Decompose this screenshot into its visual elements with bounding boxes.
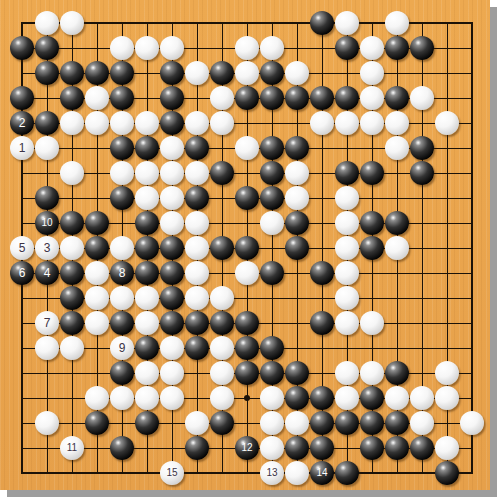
black-stone[interactable]	[110, 186, 134, 210]
black-stone[interactable]	[285, 386, 309, 410]
white-stone[interactable]	[160, 136, 184, 160]
black-stone[interactable]	[85, 61, 109, 85]
black-stone[interactable]	[160, 111, 184, 135]
white-stone[interactable]	[360, 86, 384, 110]
black-stone[interactable]	[385, 436, 409, 460]
black-stone[interactable]: 12	[235, 436, 259, 460]
white-stone[interactable]	[260, 386, 284, 410]
white-stone[interactable]	[360, 61, 384, 85]
white-stone[interactable]	[135, 161, 159, 185]
white-stone[interactable]: 7	[35, 311, 59, 335]
white-stone[interactable]	[460, 411, 484, 435]
white-stone[interactable]	[260, 36, 284, 60]
white-stone[interactable]	[310, 111, 334, 135]
black-stone[interactable]	[285, 236, 309, 260]
black-stone[interactable]	[360, 161, 384, 185]
white-stone[interactable]	[385, 386, 409, 410]
move-number-label: 11	[67, 443, 77, 453]
black-stone[interactable]	[60, 286, 84, 310]
white-stone[interactable]	[60, 236, 84, 260]
black-stone[interactable]	[235, 361, 259, 385]
white-stone[interactable]	[160, 386, 184, 410]
move-number-label: 13	[266, 468, 277, 478]
black-stone[interactable]	[60, 61, 84, 85]
white-stone[interactable]	[335, 211, 359, 235]
black-stone[interactable]	[110, 86, 134, 110]
black-stone[interactable]: 10	[35, 211, 59, 235]
black-stone[interactable]	[135, 336, 159, 360]
white-stone[interactable]	[110, 161, 134, 185]
black-stone[interactable]	[35, 186, 59, 210]
black-stone[interactable]	[335, 36, 359, 60]
white-stone[interactable]	[110, 286, 134, 310]
white-stone[interactable]	[435, 386, 459, 410]
white-stone[interactable]	[110, 236, 134, 260]
white-stone[interactable]	[160, 211, 184, 235]
black-stone[interactable]	[260, 61, 284, 85]
white-stone[interactable]	[335, 311, 359, 335]
white-stone[interactable]	[360, 311, 384, 335]
black-stone[interactable]	[35, 61, 59, 85]
black-stone[interactable]	[60, 311, 84, 335]
move-number-label: 2	[19, 117, 26, 129]
white-stone[interactable]	[335, 236, 359, 260]
black-stone[interactable]	[135, 261, 159, 285]
black-stone[interactable]	[260, 86, 284, 110]
white-stone[interactable]	[60, 111, 84, 135]
white-stone[interactable]	[60, 336, 84, 360]
white-stone[interactable]	[335, 361, 359, 385]
white-stone[interactable]	[335, 111, 359, 135]
black-stone[interactable]	[410, 161, 434, 185]
white-stone[interactable]	[335, 186, 359, 210]
white-stone[interactable]	[410, 86, 434, 110]
black-stone[interactable]	[135, 211, 159, 235]
white-stone[interactable]	[85, 386, 109, 410]
black-stone[interactable]	[410, 36, 434, 60]
white-stone[interactable]: 1	[10, 136, 34, 160]
move-number-label: 1	[19, 142, 26, 154]
white-stone[interactable]	[260, 411, 284, 435]
black-stone[interactable]	[260, 261, 284, 285]
black-stone[interactable]	[110, 436, 134, 460]
white-stone[interactable]	[385, 111, 409, 135]
black-stone[interactable]	[310, 311, 334, 335]
black-stone[interactable]	[260, 361, 284, 385]
move-number-label: 14	[316, 468, 327, 478]
black-stone[interactable]	[285, 436, 309, 460]
white-stone[interactable]	[60, 161, 84, 185]
black-stone[interactable]: 4	[35, 261, 59, 285]
black-stone[interactable]	[210, 61, 234, 85]
white-stone[interactable]	[235, 61, 259, 85]
white-stone[interactable]	[210, 361, 234, 385]
white-stone[interactable]	[135, 311, 159, 335]
black-stone[interactable]	[385, 36, 409, 60]
black-stone[interactable]	[285, 211, 309, 235]
white-stone[interactable]: 9	[110, 336, 134, 360]
white-stone[interactable]	[135, 286, 159, 310]
black-stone[interactable]	[85, 236, 109, 260]
white-stone[interactable]	[110, 386, 134, 410]
white-stone[interactable]	[360, 111, 384, 135]
white-stone[interactable]	[360, 36, 384, 60]
black-stone[interactable]	[210, 311, 234, 335]
white-stone[interactable]	[235, 36, 259, 60]
black-stone[interactable]	[160, 311, 184, 335]
white-stone[interactable]	[185, 161, 209, 185]
white-stone[interactable]	[35, 136, 59, 160]
white-stone[interactable]	[135, 386, 159, 410]
black-stone[interactable]	[60, 261, 84, 285]
white-stone[interactable]	[85, 261, 109, 285]
black-stone[interactable]	[10, 86, 34, 110]
white-stone[interactable]	[160, 336, 184, 360]
white-stone[interactable]	[210, 86, 234, 110]
move-number-label: 7	[44, 317, 51, 329]
black-stone[interactable]	[160, 236, 184, 260]
black-stone[interactable]	[160, 261, 184, 285]
white-stone[interactable]	[185, 236, 209, 260]
white-stone[interactable]	[135, 361, 159, 385]
black-stone[interactable]	[335, 161, 359, 185]
white-stone[interactable]	[435, 361, 459, 385]
move-number-label: 9	[119, 342, 126, 354]
black-stone[interactable]	[360, 386, 384, 410]
black-stone[interactable]	[160, 286, 184, 310]
black-stone[interactable]	[435, 461, 459, 485]
white-stone[interactable]	[210, 386, 234, 410]
black-stone[interactable]	[310, 411, 334, 435]
white-stone[interactable]	[185, 286, 209, 310]
black-stone[interactable]	[260, 186, 284, 210]
black-stone[interactable]	[235, 236, 259, 260]
black-stone[interactable]	[310, 261, 334, 285]
white-stone[interactable]	[285, 186, 309, 210]
black-stone[interactable]	[135, 411, 159, 435]
white-stone[interactable]	[285, 61, 309, 85]
black-stone[interactable]	[360, 436, 384, 460]
white-stone[interactable]: 5	[10, 236, 34, 260]
move-number-label: 8	[119, 267, 126, 279]
black-stone[interactable]: 14	[310, 461, 334, 485]
black-stone[interactable]	[35, 36, 59, 60]
black-stone[interactable]	[185, 136, 209, 160]
black-stone[interactable]	[260, 161, 284, 185]
black-stone[interactable]	[235, 86, 259, 110]
black-stone[interactable]	[210, 236, 234, 260]
black-stone[interactable]	[185, 436, 209, 460]
screenshot-stage: 211053648791112151314	[0, 0, 500, 500]
move-number-label: 10	[41, 218, 52, 228]
move-number-label: 4	[44, 267, 51, 279]
white-stone[interactable]	[385, 11, 409, 35]
white-stone[interactable]	[85, 286, 109, 310]
black-stone[interactable]	[260, 136, 284, 160]
white-stone[interactable]	[185, 211, 209, 235]
stones-layer: 211053648791112151314	[10, 11, 485, 486]
white-stone[interactable]	[185, 261, 209, 285]
white-stone[interactable]	[85, 86, 109, 110]
white-stone[interactable]	[385, 236, 409, 260]
black-stone[interactable]	[110, 311, 134, 335]
white-stone[interactable]	[85, 311, 109, 335]
white-stone[interactable]	[135, 36, 159, 60]
move-number-label: 6	[19, 267, 26, 279]
black-stone[interactable]	[210, 411, 234, 435]
black-stone[interactable]	[235, 186, 259, 210]
black-stone[interactable]	[335, 461, 359, 485]
white-stone[interactable]	[335, 386, 359, 410]
move-number-label: 3	[44, 242, 51, 254]
black-stone[interactable]	[160, 61, 184, 85]
white-stone[interactable]	[385, 136, 409, 160]
black-stone[interactable]: 2	[10, 111, 34, 135]
move-number-label: 5	[19, 242, 26, 254]
black-stone[interactable]	[85, 211, 109, 235]
white-stone[interactable]	[210, 336, 234, 360]
white-stone[interactable]	[285, 461, 309, 485]
white-stone[interactable]	[335, 261, 359, 285]
white-stone[interactable]: 13	[260, 461, 284, 485]
black-stone[interactable]	[135, 136, 159, 160]
black-stone[interactable]	[360, 411, 384, 435]
black-stone[interactable]	[410, 436, 434, 460]
black-stone[interactable]	[310, 86, 334, 110]
black-stone[interactable]	[360, 211, 384, 235]
black-stone[interactable]	[360, 236, 384, 260]
white-stone[interactable]	[185, 111, 209, 135]
black-stone[interactable]	[185, 336, 209, 360]
black-stone[interactable]	[35, 111, 59, 135]
white-stone[interactable]	[60, 11, 84, 35]
black-stone[interactable]	[310, 386, 334, 410]
black-stone[interactable]	[285, 361, 309, 385]
black-stone[interactable]	[110, 361, 134, 385]
white-stone[interactable]	[110, 111, 134, 135]
white-stone[interactable]	[210, 286, 234, 310]
white-stone[interactable]	[85, 111, 109, 135]
black-stone[interactable]	[60, 86, 84, 110]
black-stone[interactable]	[110, 136, 134, 160]
white-stone[interactable]	[335, 11, 359, 35]
white-stone[interactable]	[110, 36, 134, 60]
black-stone[interactable]	[85, 411, 109, 435]
black-stone[interactable]	[185, 311, 209, 335]
white-stone[interactable]	[235, 136, 259, 160]
white-stone[interactable]	[285, 161, 309, 185]
black-stone[interactable]	[160, 86, 184, 110]
black-stone[interactable]	[60, 211, 84, 235]
go-board[interactable]: 211053648791112151314	[0, 0, 490, 490]
move-number-label: 12	[241, 443, 252, 453]
white-stone[interactable]	[410, 411, 434, 435]
white-stone[interactable]	[210, 111, 234, 135]
black-stone[interactable]	[310, 11, 334, 35]
white-stone[interactable]	[160, 361, 184, 385]
black-stone[interactable]	[210, 161, 234, 185]
white-stone[interactable]	[35, 336, 59, 360]
black-stone[interactable]	[410, 136, 434, 160]
black-stone[interactable]	[135, 236, 159, 260]
black-stone[interactable]	[235, 311, 259, 335]
black-stone[interactable]	[335, 411, 359, 435]
white-stone[interactable]	[435, 111, 459, 135]
black-stone[interactable]: 6	[10, 261, 34, 285]
black-stone[interactable]	[285, 86, 309, 110]
white-stone[interactable]	[285, 411, 309, 435]
black-stone[interactable]	[335, 86, 359, 110]
white-stone[interactable]: 11	[60, 436, 84, 460]
white-stone[interactable]	[235, 261, 259, 285]
white-stone[interactable]	[160, 186, 184, 210]
white-stone[interactable]	[35, 11, 59, 35]
black-stone[interactable]	[310, 436, 334, 460]
black-stone[interactable]	[185, 186, 209, 210]
white-stone[interactable]	[410, 386, 434, 410]
white-stone[interactable]	[35, 411, 59, 435]
black-stone[interactable]	[10, 36, 34, 60]
move-number-label: 15	[166, 468, 177, 478]
black-stone[interactable]	[385, 411, 409, 435]
white-stone[interactable]: 15	[160, 461, 184, 485]
white-stone[interactable]	[260, 436, 284, 460]
black-stone[interactable]	[235, 336, 259, 360]
black-stone[interactable]: 8	[110, 261, 134, 285]
white-stone[interactable]	[185, 61, 209, 85]
white-stone[interactable]	[160, 36, 184, 60]
white-stone[interactable]	[260, 211, 284, 235]
white-stone[interactable]	[135, 186, 159, 210]
black-stone[interactable]	[385, 361, 409, 385]
black-stone[interactable]	[110, 61, 134, 85]
white-stone[interactable]	[335, 286, 359, 310]
white-stone[interactable]	[160, 161, 184, 185]
black-stone[interactable]	[385, 86, 409, 110]
white-stone[interactable]	[360, 361, 384, 385]
white-stone[interactable]	[135, 111, 159, 135]
black-stone[interactable]	[385, 211, 409, 235]
black-stone[interactable]	[285, 136, 309, 160]
white-stone[interactable]	[185, 411, 209, 435]
white-stone[interactable]	[435, 436, 459, 460]
black-stone[interactable]	[260, 336, 284, 360]
white-stone[interactable]: 3	[35, 236, 59, 260]
